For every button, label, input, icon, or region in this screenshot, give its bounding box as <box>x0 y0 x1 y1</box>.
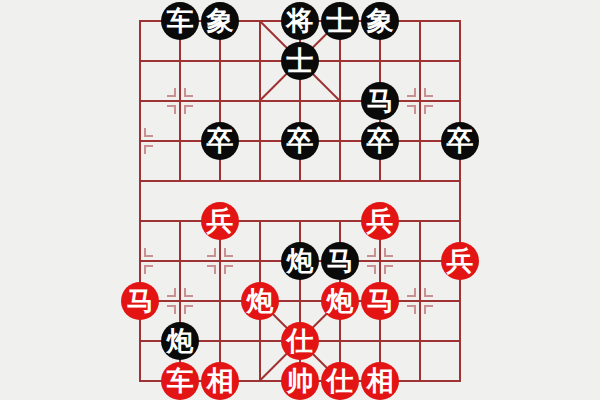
piece-black-general[interactable]: 将 <box>281 2 319 40</box>
xiangqi-board[interactable]: 车象将士象士马卒卒卒卒炮马炮兵兵兵马炮炮马仕车相帅仕相 <box>0 0 600 400</box>
piece-red-advisor[interactable]: 仕 <box>321 362 359 400</box>
piece-black-elephant[interactable]: 象 <box>201 2 239 40</box>
piece-red-chariot[interactable]: 车 <box>161 362 199 400</box>
piece-black-soldier[interactable]: 卒 <box>361 122 399 160</box>
board-line <box>219 220 221 382</box>
position-marker <box>407 105 416 114</box>
piece-red-horse[interactable]: 马 <box>121 282 159 320</box>
board-line <box>419 220 421 382</box>
piece-black-elephant[interactable]: 象 <box>361 2 399 40</box>
piece-red-soldier[interactable]: 兵 <box>201 202 239 240</box>
position-marker <box>224 265 233 274</box>
position-marker <box>407 288 416 297</box>
position-marker <box>167 88 176 97</box>
piece-black-soldier[interactable]: 卒 <box>281 122 319 160</box>
piece-black-advisor[interactable]: 士 <box>281 42 319 80</box>
piece-red-elephant[interactable]: 相 <box>361 362 399 400</box>
board-line <box>459 20 461 382</box>
position-marker <box>144 128 153 137</box>
position-marker <box>184 105 193 114</box>
piece-black-cannon[interactable]: 炮 <box>161 322 199 360</box>
position-marker <box>384 248 393 257</box>
piece-red-cannon[interactable]: 炮 <box>321 282 359 320</box>
position-marker <box>207 265 216 274</box>
piece-black-horse[interactable]: 马 <box>321 242 359 280</box>
piece-red-cannon[interactable]: 炮 <box>241 282 279 320</box>
board-line <box>139 20 141 382</box>
position-marker <box>424 88 433 97</box>
position-marker <box>167 105 176 114</box>
position-marker <box>424 305 433 314</box>
position-marker <box>384 265 393 274</box>
position-marker <box>184 288 193 297</box>
piece-red-general[interactable]: 帅 <box>281 362 319 400</box>
position-marker <box>407 88 416 97</box>
position-marker <box>367 265 376 274</box>
position-marker <box>407 305 416 314</box>
piece-red-elephant[interactable]: 相 <box>201 362 239 400</box>
piece-black-advisor[interactable]: 士 <box>321 2 359 40</box>
position-marker <box>424 105 433 114</box>
position-marker <box>167 305 176 314</box>
position-marker <box>207 248 216 257</box>
position-marker <box>424 288 433 297</box>
position-marker <box>144 145 153 154</box>
board-line <box>419 20 421 182</box>
position-marker <box>184 305 193 314</box>
position-marker <box>167 288 176 297</box>
piece-red-soldier[interactable]: 兵 <box>361 202 399 240</box>
position-marker <box>144 248 153 257</box>
piece-red-soldier[interactable]: 兵 <box>441 242 479 280</box>
position-marker <box>144 265 153 274</box>
position-marker <box>224 248 233 257</box>
position-marker <box>184 88 193 97</box>
piece-red-advisor[interactable]: 仕 <box>281 322 319 360</box>
piece-black-soldier[interactable]: 卒 <box>441 122 479 160</box>
position-marker <box>367 248 376 257</box>
piece-red-horse[interactable]: 马 <box>361 282 399 320</box>
piece-black-soldier[interactable]: 卒 <box>201 122 239 160</box>
board-line <box>179 20 181 182</box>
piece-black-chariot[interactable]: 车 <box>161 2 199 40</box>
piece-black-cannon[interactable]: 炮 <box>281 242 319 280</box>
piece-black-horse[interactable]: 马 <box>361 82 399 120</box>
app-background: 车象将士象士马卒卒卒卒炮马炮兵兵兵马炮炮马仕车相帅仕相 <box>0 0 600 400</box>
